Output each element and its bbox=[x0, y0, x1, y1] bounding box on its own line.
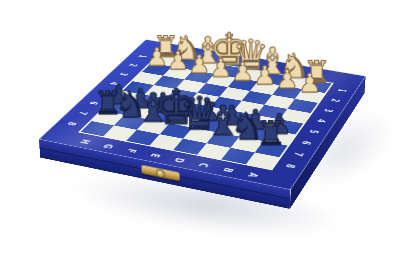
product-photo-stage: 12345678 12345678 HGFEDCBA ♜♞♝♚♛♝♞♜♟♟♟♟♟… bbox=[0, 0, 420, 259]
brass-clasp-icon bbox=[141, 165, 179, 181]
piece-blue-rook-a7[interactable]: ♜ bbox=[245, 109, 296, 149]
